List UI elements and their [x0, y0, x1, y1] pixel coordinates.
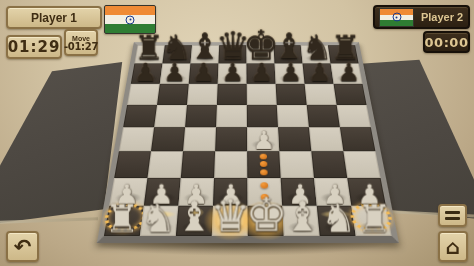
move-trail	[247, 151, 280, 177]
white-king-e1[interactable]: ♚	[245, 191, 287, 238]
square-a4[interactable]	[119, 127, 154, 151]
player1-clock-value: 01:29	[8, 38, 61, 56]
player1-clock: 01:29	[6, 35, 62, 59]
black-pawn-g7[interactable]: ♟	[308, 60, 331, 85]
black-pawn-e7[interactable]: ♟	[250, 60, 273, 85]
menu-bar-icon	[445, 211, 460, 214]
square-d1[interactable]: ♛	[212, 206, 248, 236]
square-b7[interactable]: ♟	[160, 64, 191, 84]
white-rook-h1[interactable]: ♜	[357, 200, 391, 238]
home-button[interactable]: ⌂	[438, 231, 468, 262]
player1-move-timer: Move -01:27	[64, 29, 98, 56]
square-h3[interactable]	[343, 151, 380, 177]
square-h7[interactable]: ♟	[331, 64, 363, 84]
black-pawn-d7[interactable]: ♟	[221, 60, 244, 85]
square-a7[interactable]: ♟	[131, 64, 163, 84]
square-c4[interactable]	[183, 127, 216, 151]
player1-name-button[interactable]: Player 1	[6, 6, 102, 29]
move-trail-dot	[260, 154, 267, 160]
square-h5[interactable]	[337, 105, 371, 128]
square-a1[interactable]: ♜	[104, 206, 144, 236]
square-c7[interactable]: ♟	[189, 64, 219, 84]
player2-clock: 00:00	[423, 31, 470, 53]
square-e5[interactable]	[247, 105, 278, 128]
black-pawn-c7[interactable]: ♟	[192, 60, 215, 85]
square-b6[interactable]	[157, 84, 189, 105]
square-g5[interactable]	[307, 105, 340, 128]
square-f4[interactable]	[278, 127, 311, 151]
player2-name-button[interactable]: Player 2	[373, 5, 470, 29]
black-pawn-f7[interactable]: ♟	[279, 60, 302, 85]
move-trail-dot	[260, 161, 268, 167]
white-knight-b1[interactable]: ♞	[140, 198, 175, 238]
square-e3[interactable]	[247, 151, 280, 177]
square-e6[interactable]	[247, 84, 277, 105]
menu-bar-icon	[445, 217, 460, 220]
square-g3[interactable]	[311, 151, 347, 177]
white-pawn-e4[interactable]: ♟	[252, 128, 274, 153]
square-e4[interactable]: ♟	[247, 127, 279, 151]
square-h4[interactable]	[340, 127, 376, 151]
chess-board[interactable]: ♜♞♝♛♚♝♞♜♟♟♟♟♟♟♟♟♟♟♟♟♟♟♟♟♜♞♝♛♚♝♞♜	[97, 42, 399, 243]
square-c6[interactable]	[187, 84, 218, 105]
square-a5[interactable]	[123, 105, 157, 128]
player2-india-flag-icon	[379, 8, 414, 27]
square-f1[interactable]: ♝	[282, 206, 320, 236]
square-f6[interactable]	[276, 84, 307, 105]
square-f7[interactable]: ♟	[275, 64, 305, 84]
black-pawn-b7[interactable]: ♟	[163, 60, 186, 85]
square-d5[interactable]	[216, 105, 247, 128]
square-g4[interactable]	[309, 127, 343, 151]
ashoka-chakra-icon	[126, 15, 135, 24]
player1-name-label: Player 1	[31, 11, 77, 25]
white-queen-d1[interactable]: ♛	[210, 194, 250, 238]
square-h1[interactable]: ♜	[351, 206, 391, 236]
undo-button[interactable]: ↶	[6, 231, 39, 262]
square-c1[interactable]: ♝	[176, 206, 213, 236]
square-b5[interactable]	[154, 105, 187, 128]
player2-name-label: Player 2	[420, 11, 464, 23]
undo-arrow-icon: ↶	[14, 235, 32, 259]
menu-button[interactable]	[438, 204, 467, 227]
square-b4[interactable]	[151, 127, 185, 151]
square-g1[interactable]: ♞	[317, 206, 356, 236]
square-g6[interactable]	[305, 84, 337, 105]
black-pawn-h7[interactable]: ♟	[337, 60, 360, 85]
white-bishop-f1[interactable]: ♝	[284, 197, 321, 238]
move-timer-value: -01:27	[64, 42, 98, 52]
player2-clock-value: 00:00	[425, 35, 469, 50]
square-f5[interactable]	[277, 105, 309, 128]
white-knight-g1[interactable]: ♞	[320, 198, 355, 238]
square-e1[interactable]: ♚	[248, 206, 284, 236]
square-g7[interactable]: ♟	[303, 64, 334, 84]
square-d6[interactable]	[217, 84, 247, 105]
white-rook-a1[interactable]: ♜	[104, 200, 138, 238]
square-f3[interactable]	[279, 151, 314, 177]
black-pawn-a7[interactable]: ♟	[134, 60, 157, 85]
square-b1[interactable]: ♞	[140, 206, 179, 236]
square-a6[interactable]	[127, 84, 160, 105]
ashoka-chakra-icon	[392, 13, 401, 22]
square-c5[interactable]	[185, 105, 217, 128]
square-c3[interactable]	[181, 151, 215, 177]
square-d4[interactable]	[215, 127, 247, 151]
square-d7[interactable]: ♟	[218, 64, 247, 84]
square-h6[interactable]	[334, 84, 367, 105]
game-screen: ♜♞♝♛♚♝♞♜♟♟♟♟♟♟♟♟♟♟♟♟♟♟♟♟♜♞♝♛♚♝♞♜ Player …	[0, 0, 474, 266]
square-e7[interactable]: ♟	[247, 64, 276, 84]
player1-india-flag-icon	[104, 5, 156, 34]
white-bishop-c1[interactable]: ♝	[175, 197, 212, 238]
home-icon: ⌂	[446, 235, 460, 259]
square-b3[interactable]	[148, 151, 183, 177]
move-trail-dot	[260, 169, 268, 175]
square-d3[interactable]	[214, 151, 247, 177]
square-a3[interactable]	[114, 151, 151, 177]
